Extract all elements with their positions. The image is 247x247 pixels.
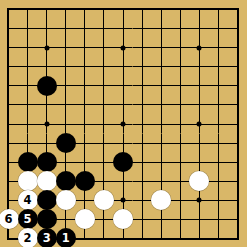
board-intersection xyxy=(37,76,56,95)
board-intersection xyxy=(209,153,228,172)
board-intersection xyxy=(75,210,94,229)
board-intersection xyxy=(171,19,190,38)
board-intersection xyxy=(209,0,228,19)
star-point xyxy=(121,45,126,50)
board-intersection: 3 xyxy=(37,229,56,247)
board-intersection xyxy=(113,191,132,210)
black-stone xyxy=(56,171,76,191)
star-point xyxy=(197,198,202,203)
board-intersection xyxy=(75,153,94,172)
board-intersection xyxy=(56,172,75,191)
board-intersection xyxy=(209,134,228,153)
board-intersection xyxy=(113,134,132,153)
board-intersection xyxy=(0,114,18,133)
black-stone: 3 xyxy=(37,228,57,247)
board-intersection xyxy=(0,76,18,95)
board-intersection xyxy=(56,114,75,133)
board-intersection xyxy=(133,57,152,76)
board-intersection xyxy=(171,153,190,172)
board-intersection xyxy=(190,210,209,229)
board-intersection: 4 xyxy=(18,191,37,210)
white-stone: 2 xyxy=(18,228,38,247)
board-intersection xyxy=(56,134,75,153)
board-intersection xyxy=(171,38,190,57)
board-intersection xyxy=(94,0,113,19)
board-intersection xyxy=(18,153,37,172)
board-intersection xyxy=(133,114,152,133)
board-intersection xyxy=(171,191,190,210)
board-grid: 465231 xyxy=(0,0,247,247)
board-intersection xyxy=(37,172,56,191)
black-stone xyxy=(56,133,76,153)
board-intersection xyxy=(37,114,56,133)
board-intersection xyxy=(152,153,171,172)
board-intersection xyxy=(56,95,75,114)
board-intersection xyxy=(228,95,247,114)
board-intersection xyxy=(152,95,171,114)
board-intersection xyxy=(75,191,94,210)
board-intersection xyxy=(0,191,18,210)
board-intersection xyxy=(190,95,209,114)
board-intersection xyxy=(18,57,37,76)
board-intersection xyxy=(133,191,152,210)
black-stone xyxy=(37,152,57,172)
board-intersection xyxy=(37,191,56,210)
board-intersection xyxy=(133,19,152,38)
board-intersection xyxy=(228,210,247,229)
board-intersection xyxy=(113,19,132,38)
board-intersection xyxy=(18,0,37,19)
board-intersection xyxy=(209,19,228,38)
board-intersection xyxy=(171,95,190,114)
go-board-diagram: 465231 xyxy=(0,0,247,247)
board-intersection xyxy=(18,76,37,95)
board-intersection xyxy=(113,153,132,172)
board-intersection xyxy=(56,19,75,38)
board-intersection xyxy=(113,38,132,57)
board-intersection xyxy=(113,229,132,247)
star-point xyxy=(121,198,126,203)
white-stone: 4 xyxy=(18,190,38,210)
board-intersection xyxy=(75,172,94,191)
board-intersection xyxy=(37,19,56,38)
black-stone xyxy=(37,76,57,96)
board-intersection xyxy=(75,134,94,153)
board-intersection xyxy=(209,114,228,133)
board-intersection xyxy=(94,153,113,172)
board-intersection xyxy=(37,38,56,57)
board-intersection xyxy=(0,172,18,191)
board-intersection xyxy=(171,76,190,95)
board-intersection xyxy=(228,19,247,38)
star-point xyxy=(44,45,49,50)
board-intersection xyxy=(75,95,94,114)
board-intersection: 1 xyxy=(56,229,75,247)
board-intersection xyxy=(37,210,56,229)
black-stone: 1 xyxy=(56,228,76,247)
white-stone xyxy=(189,171,209,191)
board-intersection xyxy=(94,114,113,133)
board-intersection xyxy=(75,19,94,38)
board-intersection xyxy=(228,172,247,191)
board-intersection xyxy=(113,95,132,114)
board-intersection xyxy=(0,229,18,247)
board-intersection xyxy=(152,19,171,38)
board-intersection xyxy=(37,153,56,172)
white-stone: 6 xyxy=(0,209,19,229)
white-stone xyxy=(56,190,76,210)
board-intersection xyxy=(94,134,113,153)
move-number-label: 5 xyxy=(24,214,32,226)
board-intersection xyxy=(190,153,209,172)
board-intersection xyxy=(18,19,37,38)
move-number-label: 1 xyxy=(62,233,70,245)
move-number-label: 3 xyxy=(43,233,51,245)
board-intersection xyxy=(75,114,94,133)
board-intersection xyxy=(94,76,113,95)
board-intersection xyxy=(75,38,94,57)
board-intersection xyxy=(171,57,190,76)
board-intersection xyxy=(133,38,152,57)
board-intersection xyxy=(228,57,247,76)
board-intersection xyxy=(133,95,152,114)
board-intersection xyxy=(37,0,56,19)
board-intersection xyxy=(190,0,209,19)
board-intersection xyxy=(152,134,171,153)
board-intersection xyxy=(94,172,113,191)
board-intersection xyxy=(171,134,190,153)
board-intersection xyxy=(228,134,247,153)
board-intersection xyxy=(75,76,94,95)
board-intersection xyxy=(18,114,37,133)
board-intersection xyxy=(94,191,113,210)
board-intersection xyxy=(133,229,152,247)
board-intersection xyxy=(0,0,18,19)
board-intersection xyxy=(171,210,190,229)
board-intersection xyxy=(152,0,171,19)
black-stone xyxy=(18,152,38,172)
board-intersection xyxy=(56,76,75,95)
board-intersection xyxy=(94,19,113,38)
star-point xyxy=(197,45,202,50)
board-intersection xyxy=(190,229,209,247)
board-intersection xyxy=(18,134,37,153)
board-intersection xyxy=(190,38,209,57)
board-intersection xyxy=(209,57,228,76)
board-intersection xyxy=(209,210,228,229)
board-intersection xyxy=(209,38,228,57)
board-intersection xyxy=(133,134,152,153)
black-stone xyxy=(37,190,57,210)
white-stone xyxy=(75,209,95,229)
board-intersection xyxy=(152,57,171,76)
board-intersection xyxy=(152,229,171,247)
board-intersection xyxy=(56,0,75,19)
board-intersection xyxy=(0,57,18,76)
white-stone xyxy=(37,171,57,191)
board-intersection xyxy=(228,191,247,210)
board-intersection xyxy=(113,210,132,229)
board-intersection xyxy=(0,95,18,114)
board-intersection xyxy=(94,229,113,247)
board-intersection xyxy=(228,153,247,172)
board-intersection xyxy=(190,172,209,191)
board-intersection xyxy=(228,76,247,95)
board-intersection xyxy=(190,134,209,153)
board-intersection xyxy=(228,229,247,247)
board-intersection xyxy=(228,114,247,133)
board-intersection xyxy=(133,76,152,95)
board-intersection: 5 xyxy=(18,210,37,229)
move-number-label: 2 xyxy=(24,233,32,245)
board-intersection xyxy=(56,153,75,172)
board-intersection xyxy=(152,191,171,210)
board-intersection xyxy=(113,76,132,95)
board-intersection xyxy=(56,38,75,57)
board-intersection xyxy=(228,0,247,19)
board-intersection xyxy=(113,57,132,76)
board-intersection xyxy=(113,0,132,19)
board-intersection xyxy=(133,153,152,172)
board-intersection xyxy=(37,57,56,76)
board-intersection xyxy=(190,19,209,38)
board-intersection xyxy=(94,210,113,229)
board-intersection xyxy=(133,172,152,191)
board-intersection xyxy=(152,172,171,191)
board-intersection: 2 xyxy=(18,229,37,247)
board-intersection xyxy=(171,114,190,133)
board-intersection xyxy=(94,38,113,57)
board-intersection xyxy=(18,38,37,57)
star-point xyxy=(197,122,202,127)
white-stone xyxy=(94,190,114,210)
board-intersection xyxy=(209,76,228,95)
board-intersection xyxy=(0,38,18,57)
board-intersection xyxy=(18,172,37,191)
board-intersection xyxy=(190,76,209,95)
white-stone xyxy=(113,209,133,229)
white-stone xyxy=(151,190,171,210)
board-intersection xyxy=(152,38,171,57)
board-intersection xyxy=(209,229,228,247)
black-stone: 5 xyxy=(18,209,38,229)
board-intersection xyxy=(75,0,94,19)
board-intersection xyxy=(113,114,132,133)
board-intersection xyxy=(171,172,190,191)
black-stone xyxy=(75,171,95,191)
board-intersection xyxy=(171,229,190,247)
star-point xyxy=(44,122,49,127)
board-intersection xyxy=(152,114,171,133)
board-intersection xyxy=(56,210,75,229)
board-intersection xyxy=(152,210,171,229)
board-intersection: 6 xyxy=(0,210,18,229)
black-stone xyxy=(113,152,133,172)
board-intersection xyxy=(0,134,18,153)
board-intersection xyxy=(209,95,228,114)
black-stone xyxy=(37,209,57,229)
board-intersection xyxy=(209,172,228,191)
board-intersection xyxy=(94,57,113,76)
board-intersection xyxy=(209,191,228,210)
board-intersection xyxy=(0,19,18,38)
white-stone xyxy=(18,171,38,191)
board-intersection xyxy=(113,172,132,191)
board-intersection xyxy=(133,210,152,229)
board-intersection xyxy=(56,191,75,210)
board-intersection xyxy=(190,114,209,133)
board-intersection xyxy=(228,38,247,57)
board-intersection xyxy=(190,57,209,76)
board-intersection xyxy=(75,229,94,247)
board-intersection xyxy=(152,76,171,95)
board-intersection xyxy=(75,57,94,76)
board-intersection xyxy=(133,0,152,19)
move-number-label: 6 xyxy=(5,214,13,226)
move-number-label: 4 xyxy=(24,195,32,207)
board-intersection xyxy=(18,95,37,114)
board-intersection xyxy=(94,95,113,114)
board-intersection xyxy=(171,0,190,19)
board-intersection xyxy=(56,57,75,76)
star-point xyxy=(121,122,126,127)
board-intersection xyxy=(37,134,56,153)
board-intersection xyxy=(0,153,18,172)
board-intersection xyxy=(190,191,209,210)
board-intersection xyxy=(37,95,56,114)
